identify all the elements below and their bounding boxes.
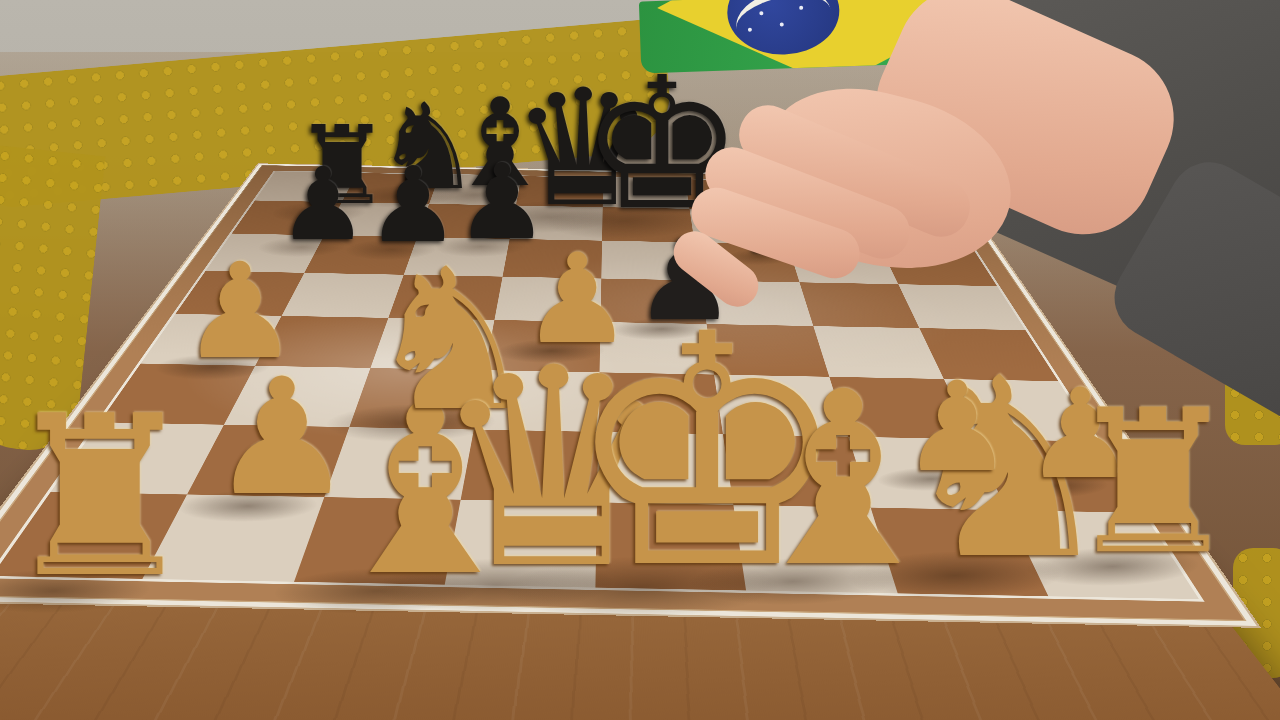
piece-white-p-g2[interactable]: ♟ (895, 365, 1019, 489)
piece-white-p-a3[interactable]: ♟ (174, 245, 306, 377)
photo-scene: ♜♞♝♛♚♟♟♟♟♟♟♜♟♟♝♞♛♚♟♝♞♟♟♜ (0, 0, 1280, 720)
piece-white-p-e4[interactable]: ♟ (515, 237, 639, 361)
square-h5[interactable] (898, 284, 1025, 330)
piece-white-r-h1[interactable]: ♜ (1054, 384, 1252, 582)
piece-white-r-a1[interactable]: ♜ (0, 387, 211, 609)
